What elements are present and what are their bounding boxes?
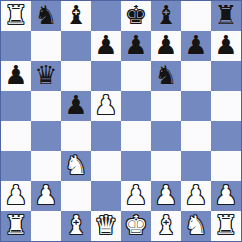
square-g6[interactable] — [181, 61, 211, 91]
piece-black-pawn[interactable]: ♟ — [184, 32, 207, 58]
square-b1[interactable] — [31, 211, 61, 241]
piece-white-rook[interactable]: ♜ — [4, 212, 27, 238]
square-h7[interactable]: ♟ — [211, 31, 241, 61]
square-e2[interactable]: ♟ — [121, 181, 151, 211]
square-b3[interactable] — [31, 151, 61, 181]
square-f6[interactable]: ♞ — [151, 61, 181, 91]
square-g2[interactable]: ♟ — [181, 181, 211, 211]
square-d5[interactable]: ♟ — [91, 91, 121, 121]
piece-white-pawn[interactable]: ♟ — [34, 182, 57, 208]
piece-black-king[interactable]: ♚ — [124, 2, 147, 28]
square-a8[interactable]: ♜ — [1, 1, 31, 31]
square-h2[interactable]: ♟ — [211, 181, 241, 211]
piece-black-knight[interactable]: ♞ — [34, 2, 57, 28]
piece-white-bishop[interactable]: ♝ — [154, 212, 177, 238]
piece-black-bishop[interactable]: ♝ — [64, 2, 87, 28]
square-a3[interactable] — [1, 151, 31, 181]
square-a4[interactable] — [1, 121, 31, 151]
square-h8[interactable]: ♜ — [211, 1, 241, 31]
piece-white-pawn[interactable]: ♟ — [154, 182, 177, 208]
square-a6[interactable]: ♟ — [1, 61, 31, 91]
square-f5[interactable] — [151, 91, 181, 121]
square-d6[interactable] — [91, 61, 121, 91]
piece-black-rook[interactable]: ♜ — [214, 2, 237, 28]
square-f8[interactable]: ♝ — [151, 1, 181, 31]
square-h6[interactable] — [211, 61, 241, 91]
square-e5[interactable] — [121, 91, 151, 121]
square-b8[interactable]: ♞ — [31, 1, 61, 31]
piece-white-pawn[interactable]: ♟ — [94, 92, 117, 118]
square-c1[interactable]: ♝ — [61, 211, 91, 241]
square-h1[interactable]: ♜ — [211, 211, 241, 241]
square-d8[interactable] — [91, 1, 121, 31]
square-c6[interactable] — [61, 61, 91, 91]
square-d4[interactable] — [91, 121, 121, 151]
square-b2[interactable]: ♟ — [31, 181, 61, 211]
piece-black-pawn[interactable]: ♟ — [94, 32, 117, 58]
square-e1[interactable]: ♚ — [121, 211, 151, 241]
piece-white-knight[interactable]: ♞ — [64, 152, 87, 178]
square-c5[interactable]: ♟ — [61, 91, 91, 121]
piece-white-pawn[interactable]: ♟ — [214, 182, 237, 208]
square-g4[interactable] — [181, 121, 211, 151]
piece-white-rook[interactable]: ♜ — [214, 212, 237, 238]
square-b6[interactable]: ♛ — [31, 61, 61, 91]
square-f7[interactable]: ♟ — [151, 31, 181, 61]
square-a5[interactable] — [1, 91, 31, 121]
piece-black-pawn[interactable]: ♟ — [64, 92, 87, 118]
piece-white-pawn[interactable]: ♟ — [184, 182, 207, 208]
square-e6[interactable] — [121, 61, 151, 91]
square-a1[interactable]: ♜ — [1, 211, 31, 241]
chess-board: ♜♞♝♚♝♜♟♟♟♟♟♟♛♞♟♟♞♟♟♟♟♟♟♜♝♛♚♝♞♜ — [0, 0, 242, 242]
square-e4[interactable] — [121, 121, 151, 151]
square-a7[interactable] — [1, 31, 31, 61]
square-d7[interactable]: ♟ — [91, 31, 121, 61]
piece-black-queen[interactable]: ♛ — [34, 62, 57, 88]
square-f4[interactable] — [151, 121, 181, 151]
square-d1[interactable]: ♛ — [91, 211, 121, 241]
square-e3[interactable] — [121, 151, 151, 181]
piece-white-bishop[interactable]: ♝ — [64, 212, 87, 238]
square-d2[interactable] — [91, 181, 121, 211]
square-h4[interactable] — [211, 121, 241, 151]
square-f3[interactable] — [151, 151, 181, 181]
piece-white-pawn[interactable]: ♟ — [124, 182, 147, 208]
square-g1[interactable]: ♞ — [181, 211, 211, 241]
square-c8[interactable]: ♝ — [61, 1, 91, 31]
square-g7[interactable]: ♟ — [181, 31, 211, 61]
piece-black-pawn[interactable]: ♟ — [154, 32, 177, 58]
square-c7[interactable] — [61, 31, 91, 61]
piece-black-pawn[interactable]: ♟ — [214, 32, 237, 58]
piece-white-rook[interactable]: ♜ — [4, 2, 27, 28]
piece-white-queen[interactable]: ♛ — [94, 212, 117, 238]
square-e8[interactable]: ♚ — [121, 1, 151, 31]
square-f1[interactable]: ♝ — [151, 211, 181, 241]
piece-white-king[interactable]: ♚ — [124, 212, 147, 238]
square-g5[interactable] — [181, 91, 211, 121]
square-f2[interactable]: ♟ — [151, 181, 181, 211]
square-b5[interactable] — [31, 91, 61, 121]
square-e7[interactable]: ♟ — [121, 31, 151, 61]
piece-black-bishop[interactable]: ♝ — [154, 2, 177, 28]
square-g3[interactable] — [181, 151, 211, 181]
square-g8[interactable] — [181, 1, 211, 31]
square-h3[interactable] — [211, 151, 241, 181]
square-c3[interactable]: ♞ — [61, 151, 91, 181]
piece-white-pawn[interactable]: ♟ — [4, 182, 27, 208]
piece-black-pawn[interactable]: ♟ — [124, 32, 147, 58]
square-h5[interactable] — [211, 91, 241, 121]
square-c2[interactable] — [61, 181, 91, 211]
square-b7[interactable] — [31, 31, 61, 61]
square-b4[interactable] — [31, 121, 61, 151]
square-c4[interactable] — [61, 121, 91, 151]
square-d3[interactable] — [91, 151, 121, 181]
piece-black-pawn[interactable]: ♟ — [4, 62, 27, 88]
piece-white-knight[interactable]: ♞ — [184, 212, 207, 238]
piece-black-knight[interactable]: ♞ — [154, 62, 177, 88]
square-a2[interactable]: ♟ — [1, 181, 31, 211]
